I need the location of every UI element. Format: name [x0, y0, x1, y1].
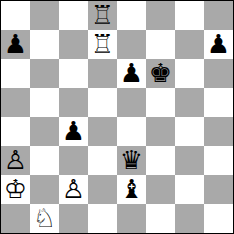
white-pawn-piece: ♙	[4, 146, 27, 175]
square-a1[interactable]	[1, 204, 30, 233]
white-rook-piece: ♖	[91, 1, 114, 30]
black-queen-piece: ♛	[120, 146, 143, 175]
white-pawn-piece: ♙	[62, 175, 85, 204]
square-b2[interactable]	[30, 175, 59, 204]
white-king-piece: ♔	[4, 175, 27, 204]
square-e6[interactable]: ♟	[117, 59, 146, 88]
square-a3[interactable]: ♙	[1, 146, 30, 175]
square-h8[interactable]	[204, 1, 233, 30]
square-g2[interactable]	[175, 175, 204, 204]
square-d5[interactable]	[88, 88, 117, 117]
square-e4[interactable]	[117, 117, 146, 146]
square-c2[interactable]: ♙	[59, 175, 88, 204]
square-f6[interactable]: ♚	[146, 59, 175, 88]
square-a5[interactable]	[1, 88, 30, 117]
square-h4[interactable]	[204, 117, 233, 146]
square-d7[interactable]: ♖	[88, 30, 117, 59]
square-c1[interactable]	[59, 204, 88, 233]
square-b4[interactable]	[30, 117, 59, 146]
square-g3[interactable]	[175, 146, 204, 175]
black-king-piece: ♚	[149, 59, 172, 88]
square-c8[interactable]	[59, 1, 88, 30]
square-b5[interactable]	[30, 88, 59, 117]
square-f3[interactable]	[146, 146, 175, 175]
square-a7[interactable]: ♟	[1, 30, 30, 59]
square-a8[interactable]	[1, 1, 30, 30]
square-b6[interactable]	[30, 59, 59, 88]
square-f5[interactable]	[146, 88, 175, 117]
square-d6[interactable]	[88, 59, 117, 88]
square-c5[interactable]	[59, 88, 88, 117]
square-f2[interactable]	[146, 175, 175, 204]
square-a6[interactable]	[1, 59, 30, 88]
square-a4[interactable]	[1, 117, 30, 146]
square-h5[interactable]	[204, 88, 233, 117]
square-d1[interactable]	[88, 204, 117, 233]
square-e3[interactable]: ♛	[117, 146, 146, 175]
square-c6[interactable]	[59, 59, 88, 88]
square-g5[interactable]	[175, 88, 204, 117]
square-e1[interactable]	[117, 204, 146, 233]
square-e8[interactable]	[117, 1, 146, 30]
square-b7[interactable]	[30, 30, 59, 59]
white-rook-piece: ♖	[91, 30, 114, 59]
square-h6[interactable]	[204, 59, 233, 88]
square-g4[interactable]	[175, 117, 204, 146]
chess-diagram: ♖♟♖♟♟♚♟♙♛♔♙♝♘	[0, 0, 234, 234]
white-knight-piece: ♘	[33, 204, 56, 233]
square-g6[interactable]	[175, 59, 204, 88]
square-g7[interactable]	[175, 30, 204, 59]
black-pawn-piece: ♟	[4, 30, 27, 59]
square-b1[interactable]: ♘	[30, 204, 59, 233]
square-e7[interactable]	[117, 30, 146, 59]
square-b8[interactable]	[30, 1, 59, 30]
black-pawn-piece: ♟	[62, 117, 85, 146]
square-f8[interactable]	[146, 1, 175, 30]
square-d2[interactable]	[88, 175, 117, 204]
square-h2[interactable]	[204, 175, 233, 204]
square-h1[interactable]	[204, 204, 233, 233]
black-pawn-piece: ♟	[120, 59, 143, 88]
square-c4[interactable]: ♟	[59, 117, 88, 146]
square-d4[interactable]	[88, 117, 117, 146]
square-f4[interactable]	[146, 117, 175, 146]
square-d3[interactable]	[88, 146, 117, 175]
square-a2[interactable]: ♔	[1, 175, 30, 204]
square-b3[interactable]	[30, 146, 59, 175]
square-f1[interactable]	[146, 204, 175, 233]
square-h7[interactable]: ♟	[204, 30, 233, 59]
chess-board: ♖♟♖♟♟♚♟♙♛♔♙♝♘	[0, 0, 234, 234]
square-e2[interactable]: ♝	[117, 175, 146, 204]
black-bishop-piece: ♝	[120, 175, 143, 204]
square-g8[interactable]	[175, 1, 204, 30]
square-e5[interactable]	[117, 88, 146, 117]
square-c7[interactable]	[59, 30, 88, 59]
square-g1[interactable]	[175, 204, 204, 233]
black-pawn-piece: ♟	[207, 30, 230, 59]
square-h3[interactable]	[204, 146, 233, 175]
square-c3[interactable]	[59, 146, 88, 175]
square-f7[interactable]	[146, 30, 175, 59]
square-d8[interactable]: ♖	[88, 1, 117, 30]
